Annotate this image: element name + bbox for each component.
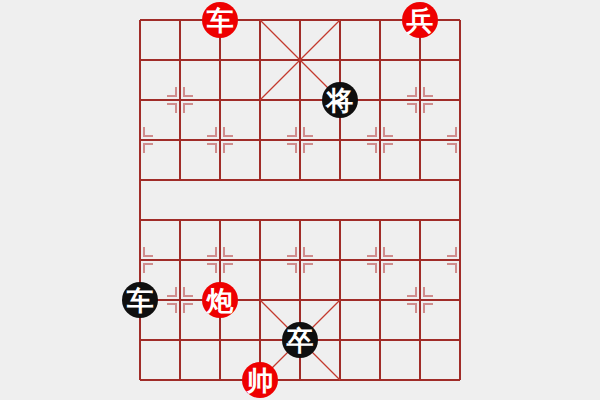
piece-black-chariot[interactable]: 车 <box>122 282 158 318</box>
piece-red-chariot[interactable]: 车 <box>202 2 238 38</box>
xiangqi-diagram: 车兵将车炮卒帅 <box>0 0 600 400</box>
pieces-layer: 车兵将车炮卒帅 <box>0 0 600 400</box>
piece-red-general[interactable]: 帅 <box>242 362 278 398</box>
piece-red-soldier[interactable]: 兵 <box>402 2 438 38</box>
piece-red-cannon[interactable]: 炮 <box>202 282 238 318</box>
piece-black-soldier[interactable]: 卒 <box>282 322 318 358</box>
piece-black-general[interactable]: 将 <box>322 82 358 118</box>
